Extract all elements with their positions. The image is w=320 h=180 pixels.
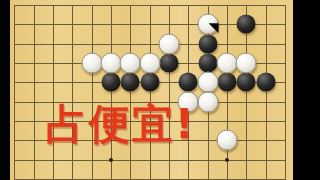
go-board[interactable] (10, 0, 293, 180)
star-point (225, 158, 229, 162)
grid-vertical-line (227, 5, 228, 180)
grid-vertical-line (34, 5, 35, 180)
go-stone-white (81, 52, 102, 73)
grid-vertical-line (92, 5, 93, 180)
grid-horizontal-line (14, 179, 285, 180)
go-stone-black (121, 73, 140, 92)
go-stone-white (197, 72, 218, 93)
grid-vertical-line (14, 5, 15, 180)
go-stone-black (198, 34, 217, 53)
grid-horizontal-line (14, 160, 285, 161)
go-stone-black (198, 53, 217, 72)
grid-vertical-line (111, 5, 112, 180)
go-stone-white (158, 33, 179, 54)
grid-vertical-line (72, 5, 73, 180)
go-stone-black (159, 53, 178, 72)
grid-vertical-line (266, 5, 267, 180)
grid-horizontal-line (14, 5, 285, 6)
caption-text: 占便宜! (46, 101, 196, 147)
go-stone-white (216, 52, 237, 73)
star-point (109, 158, 113, 162)
go-stone-black (256, 73, 275, 92)
go-stone-black (237, 73, 256, 92)
go-stone-black (237, 15, 256, 34)
go-stone-black (101, 73, 120, 92)
grid-vertical-line (169, 5, 170, 180)
video-frame: 占便宜! (0, 0, 320, 180)
go-stone-black (140, 73, 159, 92)
go-stone-white (216, 130, 237, 151)
go-stone-white (100, 52, 121, 73)
grid-horizontal-line (14, 44, 285, 45)
go-stone-white (197, 91, 218, 112)
grid-vertical-line (285, 5, 286, 180)
go-stone-white (139, 52, 160, 73)
grid-vertical-line (130, 5, 131, 180)
grid-vertical-line (150, 5, 151, 180)
go-stone-black (217, 73, 236, 92)
go-stone-white (120, 52, 141, 73)
go-stone-black (179, 73, 198, 92)
go-stone-white (236, 52, 257, 73)
grid-vertical-line (53, 5, 54, 180)
